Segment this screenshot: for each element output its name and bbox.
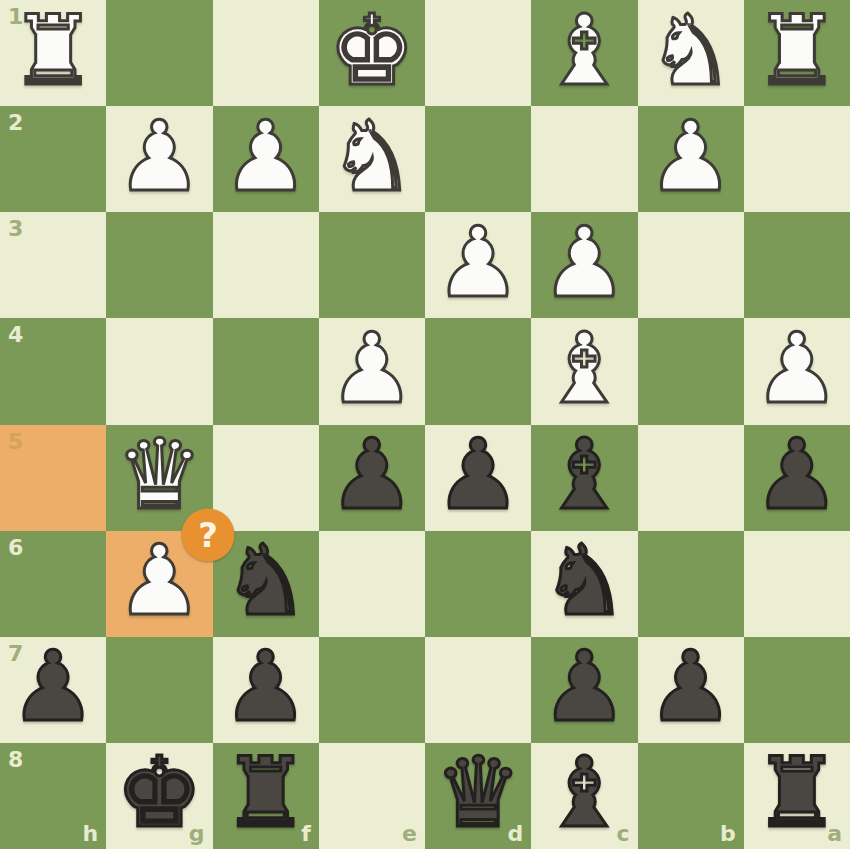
square-d3[interactable]: ♟: [425, 212, 531, 318]
black-pawn[interactable]: ♟: [10, 638, 97, 735]
white-king[interactable]: ♚: [328, 2, 415, 99]
square-d4[interactable]: [425, 318, 531, 424]
rank-label-3: 3: [8, 218, 23, 240]
white-rook[interactable]: ♜: [753, 2, 840, 99]
square-h1[interactable]: 1♜: [0, 0, 106, 106]
square-e6[interactable]: [319, 531, 425, 637]
rank-label-5: 5: [8, 431, 23, 453]
file-label-e: e: [402, 823, 417, 845]
square-h3[interactable]: 3: [0, 212, 106, 318]
black-bishop[interactable]: ♝: [541, 744, 628, 841]
white-pawn[interactable]: ♟: [222, 108, 309, 205]
square-d8[interactable]: d♛: [425, 743, 531, 849]
rank-label-2: 2: [8, 112, 23, 134]
square-a6[interactable]: [744, 531, 850, 637]
white-pawn[interactable]: ♟: [541, 214, 628, 311]
square-c8[interactable]: c♝: [531, 743, 637, 849]
square-h2[interactable]: 2: [0, 106, 106, 212]
square-a1[interactable]: ♜: [744, 0, 850, 106]
rank-label-8: 8: [8, 749, 23, 771]
square-d7[interactable]: [425, 637, 531, 743]
square-h4[interactable]: 4: [0, 318, 106, 424]
black-pawn[interactable]: ♟: [222, 638, 309, 735]
white-rook[interactable]: ♜: [10, 2, 97, 99]
square-h7[interactable]: 7♟: [0, 637, 106, 743]
square-f8[interactable]: f♜: [213, 743, 319, 849]
square-c6[interactable]: ♞: [531, 531, 637, 637]
square-a4[interactable]: ♟: [744, 318, 850, 424]
square-f2[interactable]: ♟: [213, 106, 319, 212]
square-c5[interactable]: ♝: [531, 425, 637, 531]
chess-board: ? 1♜♚♝♞♜2♟♟♞♟3♟♟4♟♝♟5♛♟♟♝♟6♟♞♞7♟♟♟♟8hg♚f…: [0, 0, 850, 849]
white-pawn[interactable]: ♟: [647, 108, 734, 205]
square-f1[interactable]: [213, 0, 319, 106]
square-h5[interactable]: 5: [0, 425, 106, 531]
square-f5[interactable]: [213, 425, 319, 531]
square-d2[interactable]: [425, 106, 531, 212]
black-knight[interactable]: ♞: [222, 532, 309, 629]
white-pawn[interactable]: ♟: [753, 320, 840, 417]
square-e8[interactable]: e: [319, 743, 425, 849]
square-b4[interactable]: [638, 318, 744, 424]
black-pawn[interactable]: ♟: [435, 426, 522, 523]
black-queen[interactable]: ♛: [435, 744, 522, 841]
square-b3[interactable]: [638, 212, 744, 318]
black-king[interactable]: ♚: [116, 744, 203, 841]
square-c1[interactable]: ♝: [531, 0, 637, 106]
square-e1[interactable]: ♚: [319, 0, 425, 106]
square-a5[interactable]: ♟: [744, 425, 850, 531]
black-pawn[interactable]: ♟: [647, 638, 734, 735]
file-label-h: h: [83, 823, 99, 845]
square-f4[interactable]: [213, 318, 319, 424]
square-g4[interactable]: [106, 318, 212, 424]
square-g8[interactable]: g♚: [106, 743, 212, 849]
square-b7[interactable]: ♟: [638, 637, 744, 743]
square-c4[interactable]: ♝: [531, 318, 637, 424]
mistake-badge-symbol: ?: [198, 517, 218, 551]
black-bishop[interactable]: ♝: [541, 426, 628, 523]
square-c3[interactable]: ♟: [531, 212, 637, 318]
mistake-badge: ?: [182, 509, 235, 562]
square-g3[interactable]: [106, 212, 212, 318]
white-knight[interactable]: ♞: [647, 2, 734, 99]
black-knight[interactable]: ♞: [541, 532, 628, 629]
square-b8[interactable]: b: [638, 743, 744, 849]
black-rook[interactable]: ♜: [222, 744, 309, 841]
square-a3[interactable]: [744, 212, 850, 318]
square-e2[interactable]: ♞: [319, 106, 425, 212]
white-bishop[interactable]: ♝: [541, 2, 628, 99]
white-pawn[interactable]: ♟: [116, 108, 203, 205]
black-pawn[interactable]: ♟: [753, 426, 840, 523]
black-rook[interactable]: ♜: [753, 744, 840, 841]
square-d1[interactable]: [425, 0, 531, 106]
square-b6[interactable]: [638, 531, 744, 637]
white-knight[interactable]: ♞: [328, 108, 415, 205]
square-b5[interactable]: [638, 425, 744, 531]
square-b2[interactable]: ♟: [638, 106, 744, 212]
white-queen[interactable]: ♛: [116, 426, 203, 523]
black-pawn[interactable]: ♟: [541, 638, 628, 735]
square-d5[interactable]: ♟: [425, 425, 531, 531]
white-pawn[interactable]: ♟: [328, 320, 415, 417]
rank-label-6: 6: [8, 537, 23, 559]
square-f3[interactable]: [213, 212, 319, 318]
file-label-b: b: [720, 823, 736, 845]
white-pawn[interactable]: ♟: [435, 214, 522, 311]
square-a7[interactable]: [744, 637, 850, 743]
square-a2[interactable]: [744, 106, 850, 212]
square-e5[interactable]: ♟: [319, 425, 425, 531]
square-g2[interactable]: ♟: [106, 106, 212, 212]
square-g7[interactable]: [106, 637, 212, 743]
square-h6[interactable]: 6: [0, 531, 106, 637]
square-g1[interactable]: [106, 0, 212, 106]
square-e4[interactable]: ♟: [319, 318, 425, 424]
white-bishop[interactable]: ♝: [541, 320, 628, 417]
rank-label-4: 4: [8, 324, 23, 346]
square-c2[interactable]: [531, 106, 637, 212]
square-e3[interactable]: [319, 212, 425, 318]
square-f7[interactable]: ♟: [213, 637, 319, 743]
black-pawn[interactable]: ♟: [328, 426, 415, 523]
square-h8[interactable]: 8h: [0, 743, 106, 849]
square-e7[interactable]: [319, 637, 425, 743]
square-a8[interactable]: a♜: [744, 743, 850, 849]
square-d6[interactable]: [425, 531, 531, 637]
square-c7[interactable]: ♟: [531, 637, 637, 743]
square-b1[interactable]: ♞: [638, 0, 744, 106]
